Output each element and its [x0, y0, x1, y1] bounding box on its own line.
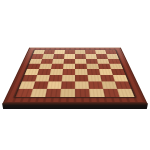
- board-grid: [16, 50, 135, 97]
- square-h6: [108, 59, 121, 64]
- square-c4: [50, 69, 63, 75]
- square-d1: [60, 89, 75, 97]
- square-c2: [47, 81, 62, 88]
- board-side-edge: [2, 103, 148, 109]
- square-a1: [16, 89, 33, 97]
- square-f5: [86, 64, 99, 69]
- square-e3: [75, 75, 88, 82]
- square-c8: [54, 50, 65, 54]
- square-c1: [45, 89, 61, 97]
- square-g1: [103, 89, 120, 97]
- square-h2: [115, 81, 131, 88]
- square-d2: [61, 81, 75, 88]
- photo-background: [0, 0, 150, 150]
- chess-board: [3, 48, 147, 103]
- square-e2: [75, 81, 89, 88]
- square-d4: [62, 69, 75, 75]
- square-g7: [96, 54, 108, 58]
- board-frame: [3, 48, 147, 103]
- square-e8: [75, 50, 85, 54]
- square-h1: [117, 89, 134, 97]
- square-e6: [75, 59, 86, 64]
- square-e1: [75, 89, 90, 97]
